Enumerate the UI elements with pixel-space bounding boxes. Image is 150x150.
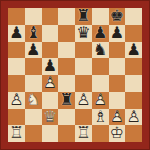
square-d6[interactable] [58, 42, 75, 59]
square-c6[interactable] [42, 42, 59, 59]
piece-white-queen: ♛♕ [42, 109, 59, 126]
square-c3[interactable] [42, 92, 59, 109]
square-f8[interactable] [92, 8, 109, 25]
square-g8[interactable]: ♚ [109, 8, 126, 25]
square-d8[interactable] [58, 8, 75, 25]
square-h3[interactable] [125, 92, 142, 109]
square-g2[interactable]: ♟♙ [109, 109, 126, 126]
chess-diagram-frame: ♜♚♟♝♛♟♟♟♞♟♟♟♙♟♙♞♘♜♟♙♟♙♛♕♝♗♟♙♟♙♜♖♜♖♚♔ [0, 0, 150, 150]
square-b8[interactable] [25, 8, 42, 25]
square-c2[interactable]: ♛♕ [42, 109, 59, 126]
square-g6[interactable] [109, 42, 126, 59]
square-b6[interactable]: ♟ [25, 42, 42, 59]
square-a7[interactable]: ♟ [8, 25, 25, 42]
square-b1[interactable] [25, 125, 42, 142]
square-c1[interactable] [42, 125, 59, 142]
square-g7[interactable]: ♟ [109, 25, 126, 42]
square-a6[interactable] [8, 42, 25, 59]
square-h2[interactable]: ♟♙ [125, 109, 142, 126]
piece-white-knight: ♞♘ [25, 92, 42, 109]
square-a1[interactable]: ♜♖ [8, 125, 25, 142]
piece-white-pawn: ♟♙ [92, 92, 109, 109]
square-d4[interactable] [58, 75, 75, 92]
piece-white-pawn: ♟♙ [42, 75, 59, 92]
piece-black-knight: ♞ [92, 42, 109, 59]
square-e1[interactable]: ♜♖ [75, 125, 92, 142]
square-a8[interactable] [8, 8, 25, 25]
square-d1[interactable] [58, 125, 75, 142]
square-h6[interactable]: ♟ [125, 42, 142, 59]
square-d2[interactable] [58, 109, 75, 126]
piece-white-pawn: ♟♙ [125, 109, 142, 126]
square-f2[interactable]: ♝♗ [92, 109, 109, 126]
square-c4[interactable]: ♟♙ [42, 75, 59, 92]
square-e2[interactable] [75, 109, 92, 126]
piece-white-pawn: ♟♙ [75, 92, 92, 109]
square-f5[interactable] [92, 58, 109, 75]
square-e6[interactable] [75, 42, 92, 59]
square-g3[interactable] [109, 92, 126, 109]
square-d3[interactable]: ♜ [58, 92, 75, 109]
square-h5[interactable] [125, 58, 142, 75]
piece-white-rook: ♜♖ [75, 125, 92, 142]
square-c5[interactable]: ♟ [42, 58, 59, 75]
piece-black-pawn: ♟ [8, 25, 25, 42]
piece-black-pawn: ♟ [92, 25, 109, 42]
square-a4[interactable] [8, 75, 25, 92]
square-b5[interactable] [25, 58, 42, 75]
square-f7[interactable]: ♟ [92, 25, 109, 42]
square-c7[interactable] [42, 25, 59, 42]
square-d5[interactable] [58, 58, 75, 75]
piece-white-king: ♚♔ [109, 125, 126, 142]
square-g4[interactable] [109, 75, 126, 92]
square-b2[interactable] [25, 109, 42, 126]
square-f4[interactable] [92, 75, 109, 92]
piece-black-pawn: ♟ [125, 42, 142, 59]
piece-white-pawn: ♟♙ [8, 92, 25, 109]
piece-black-queen: ♛ [75, 25, 92, 42]
piece-black-rook: ♜ [75, 8, 92, 25]
square-e3[interactable]: ♟♙ [75, 92, 92, 109]
square-e8[interactable]: ♜ [75, 8, 92, 25]
square-e7[interactable]: ♛ [75, 25, 92, 42]
square-b4[interactable] [25, 75, 42, 92]
square-a5[interactable] [8, 58, 25, 75]
piece-black-pawn: ♟ [25, 42, 42, 59]
square-a2[interactable] [8, 109, 25, 126]
chess-board: ♜♚♟♝♛♟♟♟♞♟♟♟♙♟♙♞♘♜♟♙♟♙♛♕♝♗♟♙♟♙♜♖♜♖♚♔ [8, 8, 142, 142]
square-f3[interactable]: ♟♙ [92, 92, 109, 109]
piece-black-bishop: ♝ [25, 25, 42, 42]
square-h4[interactable] [125, 75, 142, 92]
piece-black-pawn: ♟ [42, 58, 59, 75]
square-h1[interactable] [125, 125, 142, 142]
piece-white-bishop: ♝♗ [92, 109, 109, 126]
square-c8[interactable] [42, 8, 59, 25]
square-d7[interactable] [58, 25, 75, 42]
square-b3[interactable]: ♞♘ [25, 92, 42, 109]
square-h7[interactable] [125, 25, 142, 42]
square-f1[interactable] [92, 125, 109, 142]
piece-white-pawn: ♟♙ [109, 109, 126, 126]
square-g5[interactable] [109, 58, 126, 75]
piece-black-king: ♚ [109, 8, 126, 25]
square-h8[interactable] [125, 8, 142, 25]
square-e4[interactable] [75, 75, 92, 92]
square-f6[interactable]: ♞ [92, 42, 109, 59]
square-a3[interactable]: ♟♙ [8, 92, 25, 109]
piece-black-pawn: ♟ [109, 25, 126, 42]
square-g1[interactable]: ♚♔ [109, 125, 126, 142]
square-b7[interactable]: ♝ [25, 25, 42, 42]
piece-white-rook: ♜♖ [8, 125, 25, 142]
square-e5[interactable] [75, 58, 92, 75]
piece-black-rook: ♜ [58, 92, 75, 109]
